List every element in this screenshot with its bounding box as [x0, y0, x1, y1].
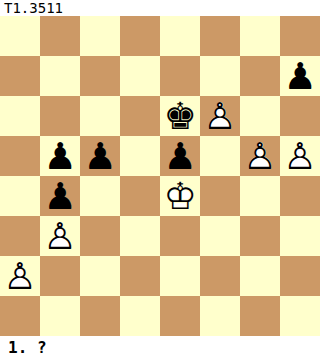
square-c2[interactable]	[80, 256, 120, 296]
square-d4[interactable]	[120, 176, 160, 216]
square-g3[interactable]	[240, 216, 280, 256]
square-a5[interactable]	[0, 136, 40, 176]
square-f3[interactable]	[200, 216, 240, 256]
square-h8[interactable]	[280, 16, 320, 56]
square-h6[interactable]	[280, 96, 320, 136]
square-h3[interactable]	[280, 216, 320, 256]
square-a4[interactable]	[0, 176, 40, 216]
square-e8[interactable]	[160, 16, 200, 56]
square-c3[interactable]	[80, 216, 120, 256]
square-h1[interactable]	[280, 296, 320, 336]
square-b1[interactable]	[40, 296, 80, 336]
white-pawn-outline: ♙	[0, 256, 40, 296]
square-f5[interactable]	[200, 136, 240, 176]
square-e7[interactable]	[160, 56, 200, 96]
square-b7[interactable]	[40, 56, 80, 96]
square-a1[interactable]	[0, 296, 40, 336]
piece-black-pawn[interactable]: ♟	[40, 136, 80, 176]
white-pawn-outline: ♙	[200, 96, 240, 136]
puzzle-title: T1.3511	[0, 0, 320, 16]
square-f7[interactable]	[200, 56, 240, 96]
black-pawn-glyph: ♟	[40, 136, 80, 176]
piece-black-pawn[interactable]: ♟	[80, 136, 120, 176]
square-g2[interactable]	[240, 256, 280, 296]
square-a7[interactable]	[0, 56, 40, 96]
white-king-outline: ♔	[160, 176, 200, 216]
square-b2[interactable]	[40, 256, 80, 296]
square-a3[interactable]	[0, 216, 40, 256]
square-f2[interactable]	[200, 256, 240, 296]
piece-white-pawn[interactable]: ♟♙	[200, 96, 240, 136]
square-h2[interactable]	[280, 256, 320, 296]
piece-black-king[interactable]: ♚	[160, 96, 200, 136]
black-king-glyph: ♚	[160, 96, 200, 136]
square-e6[interactable]: ♚	[160, 96, 200, 136]
square-c6[interactable]	[80, 96, 120, 136]
square-h7[interactable]: ♟	[280, 56, 320, 96]
piece-white-pawn[interactable]: ♟♙	[0, 256, 40, 296]
white-pawn-outline: ♙	[280, 136, 320, 176]
square-d2[interactable]	[120, 256, 160, 296]
square-d3[interactable]	[120, 216, 160, 256]
square-c4[interactable]	[80, 176, 120, 216]
square-d7[interactable]	[120, 56, 160, 96]
square-h5[interactable]: ♟♙	[280, 136, 320, 176]
square-g1[interactable]	[240, 296, 280, 336]
square-d8[interactable]	[120, 16, 160, 56]
square-e2[interactable]	[160, 256, 200, 296]
piece-black-pawn[interactable]: ♟	[160, 136, 200, 176]
piece-white-pawn[interactable]: ♟♙	[40, 216, 80, 256]
square-c8[interactable]	[80, 16, 120, 56]
square-c5[interactable]: ♟	[80, 136, 120, 176]
square-e4[interactable]: ♚♔	[160, 176, 200, 216]
black-pawn-glyph: ♟	[160, 136, 200, 176]
square-e5[interactable]: ♟	[160, 136, 200, 176]
square-b6[interactable]	[40, 96, 80, 136]
square-f4[interactable]	[200, 176, 240, 216]
move-prompt: 1. ?	[0, 336, 320, 360]
chess-board: ♟♚♟♙♟♟♟♟♙♟♙♟♚♔♟♙♟♙	[0, 16, 320, 336]
square-g4[interactable]	[240, 176, 280, 216]
square-b5[interactable]: ♟	[40, 136, 80, 176]
square-b4[interactable]: ♟	[40, 176, 80, 216]
square-f8[interactable]	[200, 16, 240, 56]
square-f1[interactable]	[200, 296, 240, 336]
square-g6[interactable]	[240, 96, 280, 136]
white-pawn-outline: ♙	[40, 216, 80, 256]
square-h4[interactable]	[280, 176, 320, 216]
square-e1[interactable]	[160, 296, 200, 336]
square-c7[interactable]	[80, 56, 120, 96]
square-a2[interactable]: ♟♙	[0, 256, 40, 296]
square-g8[interactable]	[240, 16, 280, 56]
square-a6[interactable]	[0, 96, 40, 136]
square-b8[interactable]	[40, 16, 80, 56]
square-g7[interactable]	[240, 56, 280, 96]
piece-white-pawn[interactable]: ♟♙	[280, 136, 320, 176]
black-pawn-glyph: ♟	[80, 136, 120, 176]
piece-white-pawn[interactable]: ♟♙	[240, 136, 280, 176]
black-pawn-glyph: ♟	[40, 176, 80, 216]
square-g5[interactable]: ♟♙	[240, 136, 280, 176]
square-a8[interactable]	[0, 16, 40, 56]
piece-black-pawn[interactable]: ♟	[280, 56, 320, 96]
square-c1[interactable]	[80, 296, 120, 336]
square-f6[interactable]: ♟♙	[200, 96, 240, 136]
piece-white-king[interactable]: ♚♔	[160, 176, 200, 216]
black-pawn-glyph: ♟	[280, 56, 320, 96]
piece-black-pawn[interactable]: ♟	[40, 176, 80, 216]
square-d5[interactable]	[120, 136, 160, 176]
square-b3[interactable]: ♟♙	[40, 216, 80, 256]
square-d1[interactable]	[120, 296, 160, 336]
white-pawn-outline: ♙	[240, 136, 280, 176]
square-d6[interactable]	[120, 96, 160, 136]
square-e3[interactable]	[160, 216, 200, 256]
